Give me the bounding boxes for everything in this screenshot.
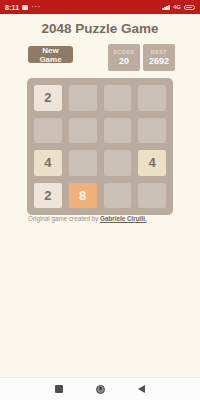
recents-button-icon[interactable] — [55, 385, 63, 393]
empty-cell — [138, 183, 166, 209]
empty-cell — [69, 118, 97, 144]
best-value: 2692 — [149, 56, 169, 66]
best-box: BEST 2692 — [143, 44, 175, 71]
page-title: 2048 Puzzle Game — [0, 21, 200, 36]
empty-cell — [104, 150, 132, 176]
signal-strength-icon — [162, 5, 170, 10]
best-label: BEST — [151, 49, 167, 55]
status-bar: 8:11 ··· 4G — [0, 0, 200, 14]
network-type-label: 4G — [173, 4, 181, 10]
score-box: SCORE 20 — [108, 44, 140, 71]
more-notifications-icon: ··· — [31, 5, 41, 9]
new-game-button[interactable]: New Game — [28, 46, 73, 63]
score-label: SCORE — [113, 49, 135, 55]
battery-icon — [184, 5, 195, 10]
home-button-icon[interactable] — [96, 385, 105, 394]
status-bar-left: 8:11 ··· — [5, 4, 41, 11]
empty-cell — [104, 118, 132, 144]
message-notification-icon — [22, 5, 28, 10]
empty-cell — [138, 85, 166, 111]
tile-8: 8 — [69, 183, 97, 209]
credit-line: Original game created by Gabriele Cirull… — [28, 215, 147, 222]
credit-text: Original game created by — [28, 215, 100, 222]
empty-cell — [69, 150, 97, 176]
empty-cell — [104, 85, 132, 111]
tile-4: 4 — [34, 150, 62, 176]
status-bar-right: 4G — [162, 4, 195, 10]
clock: 8:11 — [5, 4, 19, 11]
tile-2: 2 — [34, 85, 62, 111]
tile-4: 4 — [138, 150, 166, 176]
back-button-icon[interactable] — [138, 385, 145, 393]
empty-cell — [104, 183, 132, 209]
empty-cell — [34, 118, 62, 144]
phone-screen: 8:11 ··· 4G 2048 Puzzle Game New Game SC… — [0, 0, 200, 400]
android-nav-bar — [0, 377, 200, 400]
credit-link[interactable]: Gabriele Cirulli. — [100, 215, 147, 222]
tile-2: 2 — [34, 183, 62, 209]
board[interactable]: 24428 — [27, 78, 173, 215]
empty-cell — [69, 85, 97, 111]
empty-cell — [138, 118, 166, 144]
score-value: 20 — [119, 56, 129, 66]
